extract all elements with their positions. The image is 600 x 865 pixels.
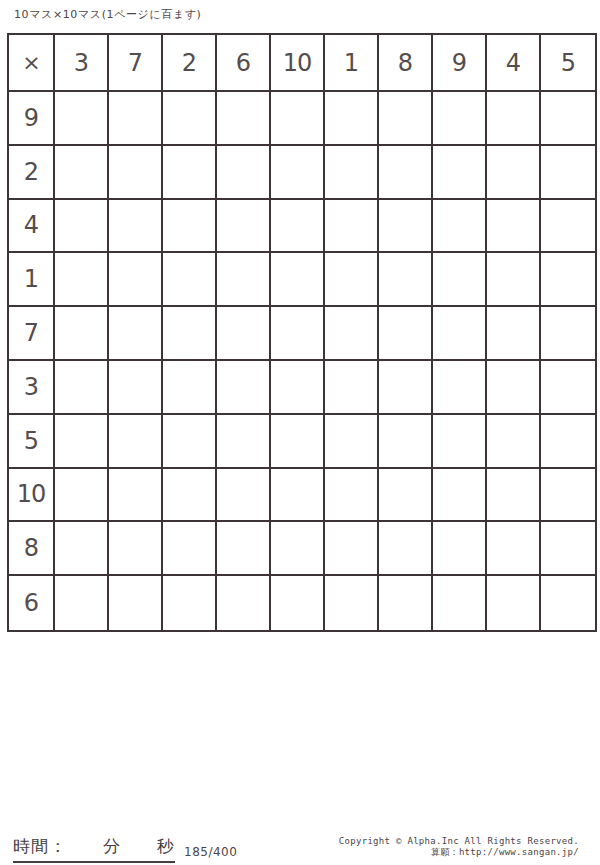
answer-cell bbox=[433, 469, 487, 523]
answer-cell bbox=[379, 522, 433, 576]
answer-cell bbox=[217, 415, 271, 469]
row-header-cell: 2 bbox=[9, 146, 55, 200]
answer-cell bbox=[55, 92, 109, 146]
answer-cell bbox=[379, 200, 433, 254]
answer-cell bbox=[379, 146, 433, 200]
answer-cell bbox=[541, 92, 595, 146]
col-header-cell: 1 bbox=[325, 35, 379, 92]
row-header-cell: 9 bbox=[9, 92, 55, 146]
answer-cell bbox=[541, 200, 595, 254]
answer-cell bbox=[541, 576, 595, 630]
minutes-label: 分 bbox=[103, 835, 121, 858]
answer-cell bbox=[55, 415, 109, 469]
answer-cell bbox=[433, 146, 487, 200]
answer-cell bbox=[271, 146, 325, 200]
answer-cell bbox=[541, 307, 595, 361]
answer-cell bbox=[217, 522, 271, 576]
row-header-cell: 1 bbox=[9, 253, 55, 307]
answer-cell bbox=[379, 307, 433, 361]
answer-cell bbox=[325, 92, 379, 146]
answer-cell bbox=[541, 415, 595, 469]
seconds-label: 秒 bbox=[157, 835, 175, 858]
answer-cell bbox=[217, 469, 271, 523]
answer-cell bbox=[325, 146, 379, 200]
answer-cell bbox=[109, 522, 163, 576]
answer-cell bbox=[55, 469, 109, 523]
answer-cell bbox=[163, 415, 217, 469]
answer-cell bbox=[55, 361, 109, 415]
answer-cell bbox=[271, 522, 325, 576]
answer-cell bbox=[379, 361, 433, 415]
answer-cell bbox=[271, 253, 325, 307]
answer-cell bbox=[109, 253, 163, 307]
answer-cell bbox=[541, 146, 595, 200]
answer-cell bbox=[109, 576, 163, 630]
answer-cell bbox=[325, 469, 379, 523]
answer-cell bbox=[271, 469, 325, 523]
row-header-cell: 6 bbox=[9, 576, 55, 630]
answer-cell bbox=[487, 469, 541, 523]
answer-cell bbox=[433, 307, 487, 361]
answer-cell bbox=[433, 415, 487, 469]
answer-cell bbox=[541, 361, 595, 415]
answer-cell bbox=[487, 576, 541, 630]
answer-cell bbox=[487, 146, 541, 200]
page-counter: 185/400 bbox=[184, 845, 237, 859]
row-header-cell: 7 bbox=[9, 307, 55, 361]
answer-cell bbox=[379, 576, 433, 630]
answer-cell bbox=[325, 576, 379, 630]
answer-cell bbox=[487, 200, 541, 254]
answer-cell bbox=[55, 146, 109, 200]
answer-cell bbox=[109, 200, 163, 254]
answer-cell bbox=[163, 307, 217, 361]
answer-cell bbox=[55, 522, 109, 576]
answer-cell bbox=[433, 576, 487, 630]
answer-cell bbox=[379, 415, 433, 469]
multiplication-grid: ×3726101894592417351086 bbox=[7, 33, 597, 632]
answer-cell bbox=[163, 576, 217, 630]
copyright-line1: Copyright © Alpha.Inc All Rights Reserve… bbox=[339, 836, 579, 847]
answer-cell bbox=[109, 415, 163, 469]
col-header-cell: 2 bbox=[163, 35, 217, 92]
answer-cell bbox=[433, 200, 487, 254]
answer-cell bbox=[163, 200, 217, 254]
col-header-cell: 7 bbox=[109, 35, 163, 92]
answer-cell bbox=[109, 92, 163, 146]
answer-cell bbox=[325, 307, 379, 361]
answer-cell bbox=[325, 253, 379, 307]
answer-cell bbox=[163, 253, 217, 307]
answer-cell bbox=[217, 146, 271, 200]
col-header-cell: 8 bbox=[379, 35, 433, 92]
answer-cell bbox=[109, 361, 163, 415]
col-header-cell: 10 bbox=[271, 35, 325, 92]
answer-cell bbox=[163, 469, 217, 523]
answer-cell bbox=[379, 253, 433, 307]
time-entry-line: 時間： 分 秒 bbox=[13, 835, 175, 863]
time-label: 時間： bbox=[13, 835, 67, 858]
answer-cell bbox=[487, 307, 541, 361]
answer-cell bbox=[109, 469, 163, 523]
answer-cell bbox=[487, 415, 541, 469]
answer-cell bbox=[433, 253, 487, 307]
page-title: 10マス×10マス(1ページに百ます) bbox=[14, 7, 202, 22]
answer-cell bbox=[55, 200, 109, 254]
answer-cell bbox=[163, 146, 217, 200]
row-header-cell: 5 bbox=[9, 415, 55, 469]
answer-cell bbox=[325, 200, 379, 254]
answer-cell bbox=[217, 576, 271, 630]
answer-cell bbox=[163, 522, 217, 576]
answer-cell bbox=[487, 361, 541, 415]
answer-cell bbox=[487, 522, 541, 576]
answer-cell bbox=[217, 253, 271, 307]
answer-cell bbox=[163, 361, 217, 415]
col-header-cell: 4 bbox=[487, 35, 541, 92]
answer-cell bbox=[433, 522, 487, 576]
answer-cell bbox=[55, 576, 109, 630]
answer-cell bbox=[379, 469, 433, 523]
answer-cell bbox=[541, 253, 595, 307]
col-header-cell: 6 bbox=[217, 35, 271, 92]
answer-cell bbox=[217, 92, 271, 146]
row-header-cell: 10 bbox=[9, 469, 55, 523]
answer-cell bbox=[487, 253, 541, 307]
answer-cell bbox=[271, 200, 325, 254]
row-header-cell: 3 bbox=[9, 361, 55, 415]
answer-cell bbox=[217, 361, 271, 415]
answer-cell bbox=[271, 415, 325, 469]
operator-cell: × bbox=[9, 35, 55, 92]
answer-cell bbox=[271, 361, 325, 415]
row-header-cell: 4 bbox=[9, 200, 55, 254]
answer-cell bbox=[55, 307, 109, 361]
col-header-cell: 3 bbox=[55, 35, 109, 92]
answer-cell bbox=[271, 576, 325, 630]
answer-cell bbox=[325, 361, 379, 415]
answer-cell bbox=[541, 469, 595, 523]
answer-cell bbox=[55, 253, 109, 307]
answer-cell bbox=[325, 415, 379, 469]
answer-cell bbox=[217, 307, 271, 361]
answer-cell bbox=[163, 92, 217, 146]
answer-cell bbox=[217, 200, 271, 254]
answer-cell bbox=[541, 522, 595, 576]
copyright-line2: 算願：http://www.sangan.jp/ bbox=[339, 847, 579, 858]
answer-cell bbox=[379, 92, 433, 146]
answer-cell bbox=[325, 522, 379, 576]
answer-cell bbox=[433, 92, 487, 146]
col-header-cell: 9 bbox=[433, 35, 487, 92]
worksheet-page: 10マス×10マス(1ページに百ます) ×3726101894592417351… bbox=[0, 0, 600, 865]
answer-cell bbox=[487, 92, 541, 146]
copyright-block: Copyright © Alpha.Inc All Rights Reserve… bbox=[339, 836, 579, 858]
answer-cell bbox=[109, 307, 163, 361]
answer-cell bbox=[109, 146, 163, 200]
answer-cell bbox=[433, 361, 487, 415]
answer-cell bbox=[271, 92, 325, 146]
col-header-cell: 5 bbox=[541, 35, 595, 92]
answer-cell bbox=[271, 307, 325, 361]
row-header-cell: 8 bbox=[9, 522, 55, 576]
